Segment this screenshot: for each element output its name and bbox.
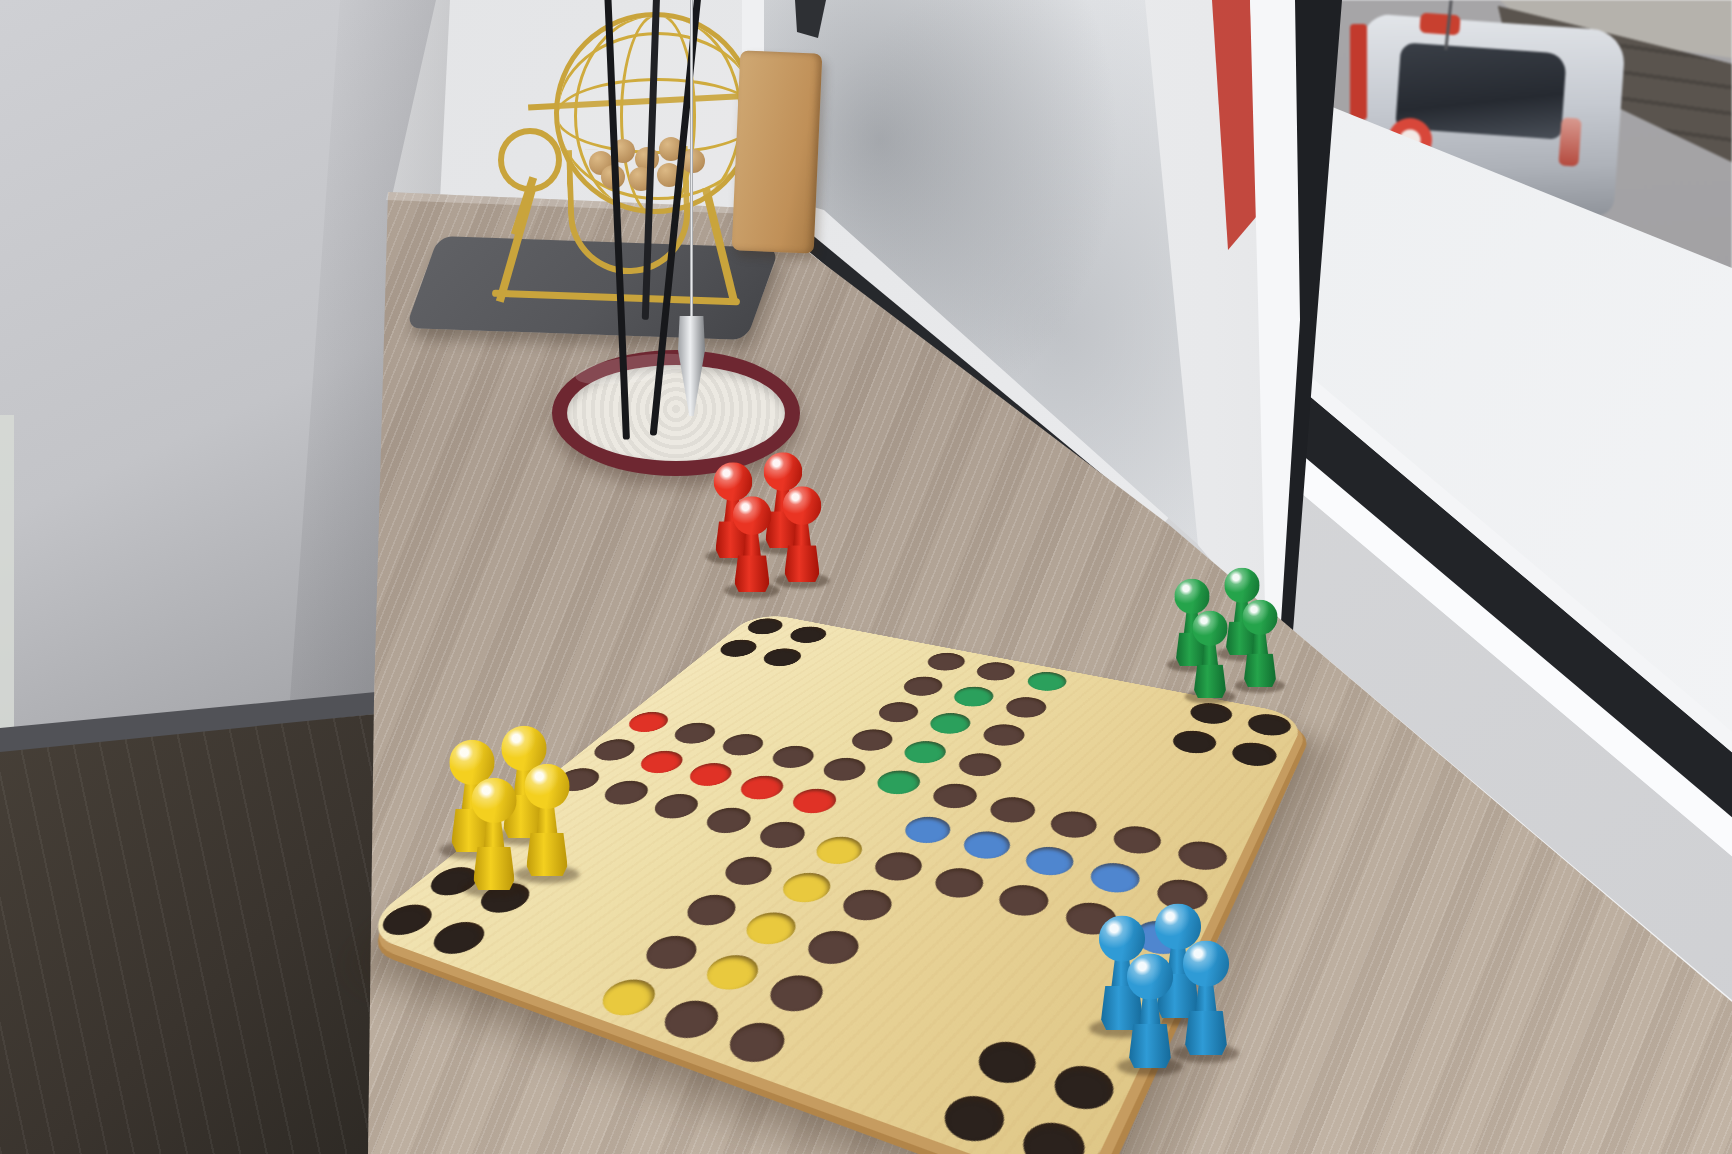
board-hole-7-1 [1022,669,1072,694]
pendulum-wire [690,0,693,332]
board-hole-6-9 [737,907,804,949]
board-hole-2-2 [758,646,807,668]
doorframe-strip [0,415,14,750]
board-hole-7-7 [867,848,930,885]
board-hole-6-11 [654,995,728,1045]
board-hole-10-11 [934,1089,1012,1149]
board-hole-10-10 [969,1035,1043,1090]
board-hole-8-7 [928,864,991,903]
board-hole-7-5 [926,780,984,812]
board-hole-10-2 [1167,728,1220,757]
board-hole-5-9 [678,890,745,930]
board-hole-5-2 [898,674,949,699]
board-hole-5-11 [592,974,665,1022]
red-post [1350,24,1367,120]
board-hole-6-5 [870,767,927,798]
board-hole-4-5 [765,743,821,772]
board-hole-7-6 [897,813,957,848]
photo-scene [0,0,1732,1154]
board-hole-1-6 [586,736,642,764]
board-hole-3-6 [682,760,740,790]
board-hole-9-5 [1044,808,1103,843]
board-hole-5-3 [872,699,925,725]
board-hole-4-7 [698,804,759,837]
ludo-board-wrapper [496,441,1243,1154]
board-hole-8-6 [957,827,1018,863]
board-hole-10-7 [1058,897,1123,939]
board-hole-5-4 [845,726,900,754]
board-hole-1-7 [549,765,608,795]
board-hole-7-11 [719,1017,794,1069]
board-hole-11-6 [1151,875,1214,915]
board-hole-9-7 [992,880,1056,920]
red-object [1419,13,1460,36]
board-hole-2-7 [597,777,656,808]
board-hole-6-2 [948,684,999,709]
board-hole-7-8 [834,885,899,925]
car-tail-light [1558,117,1581,166]
board-hole-6-7 [808,832,870,868]
board-hole-5-8 [717,853,781,890]
board-hole-2-6 [633,748,690,777]
board-hole-5-6 [785,785,844,817]
board-hole-6-1 [971,660,1021,684]
board-hole-3-5 [715,731,770,759]
board-hole-2-10 [472,878,539,917]
board-hole-11-11 [1014,1115,1093,1154]
board-hole-11-5 [1172,837,1232,874]
board-hole-9-6 [1019,843,1080,880]
board-hole-7-4 [952,750,1008,780]
board-hole-11-7 [1128,916,1193,960]
board-hole-10-5 [1107,822,1166,858]
board-hole-11-10 [1046,1059,1121,1116]
board-hole-7-3 [977,721,1031,749]
board-hole-6-3 [924,710,977,737]
board-hole-10-1 [1185,700,1236,727]
board-hole-6-10 [697,949,768,995]
board-hole-4-6 [733,772,791,803]
board-hole-5-1 [922,650,971,673]
board-hole-3-7 [647,790,707,822]
board-hole-2-11 [424,917,494,959]
board-hole-7-9 [799,926,867,970]
board-hole-1-2 [714,637,763,659]
board-hole-2-5 [667,720,722,747]
board-hole-7-2 [1000,694,1052,720]
board-hole-11-2 [1228,739,1281,769]
board-hole-6-4 [898,738,953,767]
dark-floor [0,700,376,1154]
board-hole-8-5 [983,794,1041,827]
board-hole-5-5 [816,755,873,785]
board-hole-1-1 [741,616,788,637]
board-hole-5-7 [752,818,813,853]
board-hole-1-5 [621,709,675,735]
board-hole-10-6 [1083,858,1145,897]
board-hole-6-8 [774,869,839,908]
cutting-board [732,50,823,253]
board-hole-7-10 [760,969,832,1017]
board-hole-2-1 [784,624,832,645]
board-hole-5-10 [637,931,707,975]
